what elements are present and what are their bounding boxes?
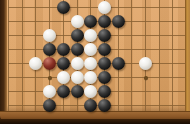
grid-line-vertical: [159, 0, 160, 111]
star-point: [144, 76, 148, 80]
game-screenshot: [0, 0, 190, 124]
black-stone: [43, 99, 56, 112]
white-stone: [43, 85, 56, 98]
grid-line-vertical: [8, 0, 9, 111]
white-stone: [57, 71, 70, 84]
black-stone: [98, 29, 111, 42]
white-stone: [71, 71, 84, 84]
black-stone: [57, 85, 70, 98]
black-stone: [98, 43, 111, 56]
black-stone: [43, 43, 56, 56]
board-left-frame: [0, 0, 7, 124]
black-stone: [71, 85, 84, 98]
black-stone: [112, 15, 125, 28]
white-stone: [139, 57, 152, 70]
black-stone: [57, 1, 70, 14]
white-stone: [71, 57, 84, 70]
board-bottom-shadow: [0, 119, 190, 124]
board-right-edge: [185, 0, 190, 112]
black-stone: [71, 29, 84, 42]
grid-line-vertical: [145, 0, 146, 111]
black-stone: [98, 99, 111, 112]
star-point: [48, 76, 52, 80]
black-stone: [98, 57, 111, 70]
grid-line-vertical: [22, 0, 23, 111]
black-stone: [98, 85, 111, 98]
black-stone: [98, 71, 111, 84]
grid-line-vertical: [35, 0, 36, 111]
black-stone: [71, 43, 84, 56]
grid-line-vertical: [172, 0, 173, 111]
grid-line-horizontal: [8, 7, 185, 8]
red-marked-stone: [43, 57, 56, 70]
white-stone: [98, 1, 111, 14]
black-stone: [98, 15, 111, 28]
white-stone: [43, 29, 56, 42]
white-stone: [71, 15, 84, 28]
black-stone: [57, 43, 70, 56]
black-stone: [57, 57, 70, 70]
grid-line-vertical: [131, 0, 132, 111]
black-stone: [112, 57, 125, 70]
